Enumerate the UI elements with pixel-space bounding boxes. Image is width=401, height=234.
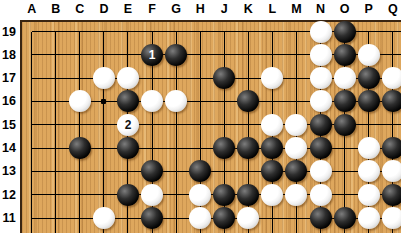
black-stone[interactable] [382, 184, 401, 206]
white-stone[interactable] [261, 184, 283, 206]
white-stone[interactable] [334, 67, 356, 89]
black-stone[interactable] [141, 160, 163, 182]
column-label: M [287, 1, 305, 17]
column-label: P [360, 1, 378, 17]
black-stone[interactable] [358, 90, 380, 112]
black-stone[interactable] [237, 90, 259, 112]
black-stone[interactable]: 1 [141, 44, 163, 66]
row-label: 16 [0, 93, 18, 109]
white-stone[interactable] [358, 207, 380, 229]
grid-line-v [55, 32, 56, 234]
column-label: B [47, 1, 65, 17]
black-stone[interactable] [117, 137, 139, 159]
white-stone[interactable] [141, 184, 163, 206]
white-stone[interactable]: 2 [117, 114, 139, 136]
white-stone[interactable] [310, 21, 332, 43]
black-stone[interactable] [213, 207, 235, 229]
column-label: D [95, 1, 113, 17]
white-stone[interactable] [310, 184, 332, 206]
black-stone[interactable] [237, 184, 259, 206]
grid-line-h [32, 171, 401, 172]
black-stone[interactable] [69, 137, 91, 159]
black-stone[interactable] [334, 114, 356, 136]
black-stone[interactable] [141, 207, 163, 229]
black-stone[interactable] [334, 44, 356, 66]
black-stone[interactable] [382, 90, 401, 112]
column-label: J [215, 1, 233, 17]
white-stone[interactable] [69, 90, 91, 112]
white-stone[interactable] [93, 67, 115, 89]
white-stone[interactable] [285, 137, 307, 159]
white-stone[interactable] [310, 90, 332, 112]
white-stone[interactable] [358, 160, 380, 182]
grid-line-v [31, 32, 32, 234]
black-stone[interactable] [213, 184, 235, 206]
column-label: H [191, 1, 209, 17]
white-stone[interactable] [382, 160, 401, 182]
black-stone[interactable] [310, 137, 332, 159]
row-label: 14 [0, 140, 18, 156]
white-stone[interactable] [117, 67, 139, 89]
white-stone[interactable] [237, 207, 259, 229]
black-stone[interactable] [261, 137, 283, 159]
black-stone[interactable] [285, 160, 307, 182]
column-label: A [23, 1, 41, 17]
white-stone[interactable] [165, 90, 187, 112]
white-stone[interactable] [261, 67, 283, 89]
row-label: 11 [0, 210, 18, 226]
black-stone[interactable] [213, 67, 235, 89]
white-stone[interactable] [93, 207, 115, 229]
black-stone[interactable] [189, 160, 211, 182]
column-label: E [119, 1, 137, 17]
white-stone[interactable] [285, 184, 307, 206]
white-stone[interactable] [310, 44, 332, 66]
move-number-label: 1 [149, 48, 156, 62]
black-stone[interactable] [382, 137, 401, 159]
black-stone[interactable] [334, 21, 356, 43]
grid-line-v [103, 32, 104, 234]
black-stone[interactable] [117, 90, 139, 112]
row-label: 18 [0, 47, 18, 63]
row-label: 15 [0, 117, 18, 133]
row-label: 13 [0, 163, 18, 179]
column-label: L [263, 1, 281, 17]
black-stone[interactable] [237, 137, 259, 159]
black-stone[interactable] [261, 160, 283, 182]
white-stone[interactable] [285, 114, 307, 136]
white-stone[interactable] [358, 44, 380, 66]
black-stone[interactable] [358, 67, 380, 89]
grid-line-v [79, 32, 80, 234]
column-label: F [143, 1, 161, 17]
row-label: 19 [0, 24, 18, 40]
row-label: 17 [0, 70, 18, 86]
column-label: N [312, 1, 330, 17]
star-point [101, 99, 106, 104]
black-stone[interactable] [117, 184, 139, 206]
go-board[interactable]: 12 [20, 20, 401, 233]
go-diagram: 12 ABCDEFGHJKLMNOPQ191817161514131211 [0, 0, 401, 233]
column-label: G [167, 1, 185, 17]
black-stone[interactable] [165, 44, 187, 66]
column-label: Q [384, 1, 401, 17]
column-label: K [239, 1, 257, 17]
row-label: 12 [0, 187, 18, 203]
white-stone[interactable] [261, 114, 283, 136]
white-stone[interactable] [358, 184, 380, 206]
white-stone[interactable] [310, 67, 332, 89]
white-stone[interactable] [189, 184, 211, 206]
black-stone[interactable] [310, 207, 332, 229]
white-stone[interactable] [141, 90, 163, 112]
black-stone[interactable] [334, 90, 356, 112]
black-stone[interactable] [310, 114, 332, 136]
move-number-label: 2 [125, 118, 132, 132]
black-stone[interactable] [334, 207, 356, 229]
white-stone[interactable] [382, 67, 401, 89]
column-label: C [71, 1, 89, 17]
white-stone[interactable] [382, 207, 401, 229]
white-stone[interactable] [358, 137, 380, 159]
black-stone[interactable] [213, 137, 235, 159]
column-label: O [336, 1, 354, 17]
white-stone[interactable] [189, 207, 211, 229]
white-stone[interactable] [310, 160, 332, 182]
